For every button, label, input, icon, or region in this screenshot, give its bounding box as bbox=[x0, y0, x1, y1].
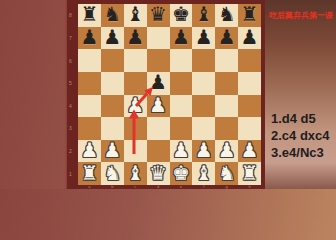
piece-white-knight-b1: ♞ bbox=[103, 163, 121, 183]
piece-white-bishop-c1: ♝ bbox=[126, 163, 144, 183]
square-b2[interactable]: ♟ bbox=[101, 140, 124, 163]
square-c5[interactable] bbox=[124, 72, 147, 95]
piece-black-bishop-c8: ♝ bbox=[126, 4, 144, 24]
piece-white-pawn-e2: ♟ bbox=[172, 140, 190, 160]
square-d8[interactable]: ♛ bbox=[147, 4, 170, 27]
piece-black-knight-b8: ♞ bbox=[103, 4, 121, 24]
piece-white-pawn-h2: ♟ bbox=[241, 140, 259, 160]
square-c7[interactable]: ♟ bbox=[124, 27, 147, 50]
square-c3[interactable] bbox=[124, 117, 147, 140]
square-d4[interactable]: ♟ bbox=[147, 95, 170, 118]
square-a2[interactable]: ♟ bbox=[78, 140, 101, 163]
square-b5[interactable] bbox=[101, 72, 124, 95]
square-e5[interactable] bbox=[170, 72, 193, 95]
piece-white-pawn-d4: ♟ bbox=[149, 95, 167, 115]
square-e1[interactable]: ♚ bbox=[170, 162, 193, 185]
piece-black-pawn-a7: ♟ bbox=[80, 27, 98, 47]
piece-black-rook-a8: ♜ bbox=[80, 4, 98, 24]
square-h6[interactable] bbox=[238, 49, 261, 72]
piece-white-pawn-f2: ♟ bbox=[195, 140, 213, 160]
video-frame: { "game": "chess", "title": { "text": "吃… bbox=[0, 0, 336, 189]
square-e6[interactable] bbox=[170, 49, 193, 72]
piece-black-rook-h8: ♜ bbox=[241, 4, 259, 24]
square-e3[interactable] bbox=[170, 117, 193, 140]
piece-black-pawn-d5: ♟ bbox=[149, 72, 167, 92]
square-g1[interactable]: ♞ bbox=[215, 162, 238, 185]
square-g6[interactable] bbox=[215, 49, 238, 72]
square-h8[interactable]: ♜ bbox=[238, 4, 261, 27]
square-e7[interactable]: ♟ bbox=[170, 27, 193, 50]
rank-label-3: 3 bbox=[69, 117, 77, 140]
square-b3[interactable] bbox=[101, 117, 124, 140]
piece-black-pawn-g7: ♟ bbox=[218, 27, 236, 47]
square-g5[interactable] bbox=[215, 72, 238, 95]
square-f4[interactable] bbox=[192, 95, 215, 118]
piece-white-pawn-g2: ♟ bbox=[218, 140, 236, 160]
lesson-title: 吃后翼弃兵第一课 bbox=[269, 11, 335, 21]
square-f5[interactable] bbox=[192, 72, 215, 95]
piece-black-pawn-c7: ♟ bbox=[126, 27, 144, 47]
rank-label-6: 6 bbox=[69, 49, 77, 72]
piece-black-knight-g8: ♞ bbox=[218, 4, 236, 24]
move-line-1: 1.d4 d5 bbox=[271, 110, 335, 127]
board-grid: ♜♞♝♛♚♝♞♜♟♟♟♟♟♟♟♟♟♟♟♟♟♟♟♟♜♞♝♛♚♝♞♜ bbox=[78, 4, 261, 185]
square-g7[interactable]: ♟ bbox=[215, 27, 238, 50]
square-g4[interactable] bbox=[215, 95, 238, 118]
move-line-3: 3.e4/Nc3 bbox=[271, 144, 335, 161]
square-a4[interactable] bbox=[78, 95, 101, 118]
square-d5[interactable]: ♟ bbox=[147, 72, 170, 95]
rank-label-2: 2 bbox=[69, 140, 77, 163]
square-d6[interactable] bbox=[147, 49, 170, 72]
file-label-b: b bbox=[101, 185, 124, 189]
square-f6[interactable] bbox=[192, 49, 215, 72]
piece-white-knight-g1: ♞ bbox=[218, 163, 236, 183]
square-c2[interactable] bbox=[124, 140, 147, 163]
piece-black-pawn-e7: ♟ bbox=[172, 27, 190, 47]
square-d1[interactable]: ♛ bbox=[147, 162, 170, 185]
piece-white-rook-h1: ♜ bbox=[241, 163, 259, 183]
square-a1[interactable]: ♜ bbox=[78, 162, 101, 185]
rank-label-8: 8 bbox=[69, 4, 77, 27]
square-a3[interactable] bbox=[78, 117, 101, 140]
square-e4[interactable] bbox=[170, 95, 193, 118]
file-label-a: a bbox=[78, 185, 101, 189]
piece-black-bishop-f8: ♝ bbox=[195, 4, 213, 24]
square-c6[interactable] bbox=[124, 49, 147, 72]
square-f8[interactable]: ♝ bbox=[192, 4, 215, 27]
square-a7[interactable]: ♟ bbox=[78, 27, 101, 50]
square-e2[interactable]: ♟ bbox=[170, 140, 193, 163]
square-d2[interactable] bbox=[147, 140, 170, 163]
square-a8[interactable]: ♜ bbox=[78, 4, 101, 27]
file-label-g: g bbox=[215, 185, 238, 189]
square-c1[interactable]: ♝ bbox=[124, 162, 147, 185]
move-list: 1.d4 d5 2.c4 dxc4 3.e4/Nc3 bbox=[271, 110, 335, 161]
file-label-e: e bbox=[170, 185, 193, 189]
square-f1[interactable]: ♝ bbox=[192, 162, 215, 185]
piece-black-king-e8: ♚ bbox=[172, 4, 190, 24]
piece-white-pawn-a2: ♟ bbox=[80, 140, 98, 160]
square-g2[interactable]: ♟ bbox=[215, 140, 238, 163]
square-h7[interactable]: ♟ bbox=[238, 27, 261, 50]
piece-white-pawn-b2: ♟ bbox=[103, 140, 121, 160]
square-c8[interactable]: ♝ bbox=[124, 4, 147, 27]
file-label-f: f bbox=[192, 185, 215, 189]
square-h2[interactable]: ♟ bbox=[238, 140, 261, 163]
rank-label-7: 7 bbox=[69, 27, 77, 50]
square-g8[interactable]: ♞ bbox=[215, 4, 238, 27]
square-b4[interactable] bbox=[101, 95, 124, 118]
square-a5[interactable] bbox=[78, 72, 101, 95]
rank-label-5: 5 bbox=[69, 72, 77, 95]
file-labels: abcdefgh bbox=[78, 185, 261, 189]
square-b6[interactable] bbox=[101, 49, 124, 72]
chess-board: 87654321 ♜♞♝♛♚♝♞♜♟♟♟♟♟♟♟♟♟♟♟♟♟♟♟♟♜♞♝♛♚♝♞… bbox=[66, 0, 265, 189]
square-d3[interactable] bbox=[147, 117, 170, 140]
square-h1[interactable]: ♜ bbox=[238, 162, 261, 185]
piece-white-pawn-c4: ♟ bbox=[126, 95, 144, 115]
rank-labels: 87654321 bbox=[69, 4, 77, 185]
file-label-h: h bbox=[238, 185, 261, 189]
square-h5[interactable] bbox=[238, 72, 261, 95]
rank-label-1: 1 bbox=[69, 162, 77, 185]
square-g3[interactable] bbox=[215, 117, 238, 140]
piece-white-queen-d1: ♛ bbox=[149, 163, 167, 183]
rank-label-4: 4 bbox=[69, 95, 77, 118]
piece-white-bishop-f1: ♝ bbox=[195, 163, 213, 183]
piece-black-pawn-h7: ♟ bbox=[241, 27, 259, 47]
square-b1[interactable]: ♞ bbox=[101, 162, 124, 185]
square-h3[interactable] bbox=[238, 117, 261, 140]
piece-black-pawn-b7: ♟ bbox=[103, 27, 121, 47]
square-d7[interactable] bbox=[147, 27, 170, 50]
file-label-d: d bbox=[147, 185, 170, 189]
piece-black-pawn-f7: ♟ bbox=[195, 27, 213, 47]
piece-black-queen-d8: ♛ bbox=[149, 4, 167, 24]
piece-white-king-e1: ♚ bbox=[172, 163, 190, 183]
piece-white-rook-a1: ♜ bbox=[80, 163, 98, 183]
move-line-2: 2.c4 dxc4 bbox=[271, 127, 335, 144]
file-label-c: c bbox=[124, 185, 147, 189]
square-e8[interactable]: ♚ bbox=[170, 4, 193, 27]
square-f7[interactable]: ♟ bbox=[192, 27, 215, 50]
square-b7[interactable]: ♟ bbox=[101, 27, 124, 50]
square-h4[interactable] bbox=[238, 95, 261, 118]
square-c4[interactable]: ♟ bbox=[124, 95, 147, 118]
square-f2[interactable]: ♟ bbox=[192, 140, 215, 163]
square-b8[interactable]: ♞ bbox=[101, 4, 124, 27]
square-a6[interactable] bbox=[78, 49, 101, 72]
square-f3[interactable] bbox=[192, 117, 215, 140]
